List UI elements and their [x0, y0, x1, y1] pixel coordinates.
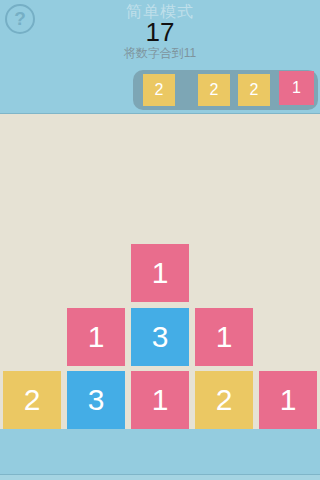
app-screen: ? 简单模式 17 将数字合到11 2221 113123121 [0, 0, 320, 480]
board-tile[interactable]: 1 [195, 308, 253, 366]
footer-bar [0, 429, 320, 480]
tray-tile[interactable]: 2 [198, 74, 230, 106]
board-tile[interactable]: 1 [131, 244, 189, 302]
board-tile[interactable]: 1 [259, 371, 317, 429]
tray-tile[interactable]: 2 [143, 74, 175, 106]
tray-tile[interactable]: 2 [238, 74, 270, 106]
board-tile[interactable]: 2 [3, 371, 61, 429]
game-board: 113123121 [0, 115, 320, 429]
board-tile[interactable]: 2 [195, 371, 253, 429]
goal-hint: 将数字合到11 [0, 45, 320, 62]
board-tile[interactable]: 3 [131, 308, 189, 366]
board-tile[interactable]: 1 [67, 308, 125, 366]
board-tile[interactable]: 3 [67, 371, 125, 429]
tray-tile-next[interactable]: 1 [279, 71, 314, 105]
next-tiles-tray: 2221 [133, 70, 318, 110]
footer-strip [0, 474, 320, 480]
score-value: 17 [0, 17, 320, 48]
board-tile[interactable]: 1 [131, 371, 189, 429]
